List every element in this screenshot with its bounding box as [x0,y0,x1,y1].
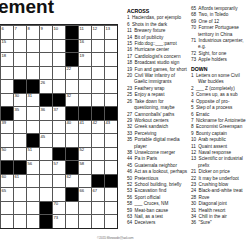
cell-number: 43 [106,120,111,125]
grid-cell[interactable] [65,214,78,228]
clue-text: Bit of publicity [133,35,163,40]
clue-text: Greek sandwich [133,124,168,129]
grid-cell[interactable] [52,133,65,147]
right-clue-column: 65 Affords temporarily68 Two, in Toledo6… [191,6,249,227]
clue-number: 65 [191,6,196,11]
clue-text: Naval response [197,150,231,155]
grid-cell[interactable]: 41 [78,120,91,134]
cell-number: 19 [80,53,85,58]
grid-cell[interactable]: 15 [0,39,13,53]
grid-cell[interactable]: 65 [0,187,13,201]
grid-cell[interactable] [52,79,65,93]
cell-number: 9 [41,26,43,31]
grid-cell[interactable]: 13 [104,25,117,39]
grid-cell-black [13,79,26,93]
clue-text: Haciendas, por ejemplo [131,15,182,20]
grid-cell[interactable]: 50 [0,147,13,161]
clue-number: 53 [127,188,132,193]
clue-number: 34 [191,214,196,219]
clue-text: ___ Cruces, NM [133,201,168,206]
grid-cell-black [39,201,52,215]
grid-cell[interactable] [104,39,117,53]
grid-cell-black [65,187,78,201]
grid-cell[interactable] [91,147,104,161]
clue-number: 26 [127,99,132,104]
grid-cell-black [0,160,13,174]
clue-text: Nickname for Antoinette [195,118,246,123]
cell-number: 6 [2,26,4,31]
grid-cell[interactable] [65,201,78,215]
clue-number: 24 [191,188,196,193]
grid-cell[interactable]: 6 [0,25,13,39]
down-clue-list: 1 Letters on some Civil War buckles2 ___… [191,73,249,227]
grid-cell-black [52,147,65,161]
clue-text: Opposite of pro- [195,99,230,104]
grid-cell[interactable] [91,52,104,66]
cell-number: 30 [15,93,20,98]
clue-item: 73 Apple holders [191,57,249,63]
grid-cell-black [91,106,104,120]
grid-cell[interactable] [52,39,65,53]
grid-cell[interactable] [26,52,39,66]
clue-number: 31 [191,208,196,213]
grid-cell[interactable] [104,214,117,228]
clue-number: 68 [191,12,196,17]
grid-cell-black [13,160,26,174]
grid-cell[interactable] [91,201,104,215]
grid-cell[interactable] [13,187,26,201]
cell-number: 39 [2,120,7,125]
grid-cell[interactable] [52,120,65,134]
grid-cell[interactable] [26,201,39,215]
grid-cell[interactable] [26,187,39,201]
grid-cell[interactable] [39,147,52,161]
clue-number: 1 [127,15,130,20]
clue-item: 64 Deceivers [127,220,188,226]
clue-text: Meat-ban cause [133,208,168,213]
clue-text: Workout centers [133,118,168,123]
grid-cell[interactable]: 56 [26,160,39,174]
grid-cell[interactable] [78,214,91,228]
clue-number: 8 [191,124,194,129]
grid-cell[interactable] [91,39,104,53]
grid-cell[interactable] [0,93,13,107]
grid-cell[interactable] [78,133,91,147]
cell-number: 57 [54,161,59,166]
grid-cell[interactable]: 19 [78,52,91,66]
clue-text: "Sure" [197,220,212,225]
grid-cell[interactable]: 62 [65,174,78,188]
clue-text: Cannonballs' paths [133,112,174,117]
grid-cell[interactable] [26,174,39,188]
grid-cell[interactable] [91,79,104,93]
clue-number: 1 [191,73,194,78]
clue-number: 29 [127,118,132,123]
cell-number: 10 [54,26,59,31]
clue-number: 44 [127,156,132,161]
grid-cell-black [104,106,117,120]
cell-number: 66 [80,188,85,193]
cell-number: 36 [41,107,46,112]
grid-cell[interactable]: 60 [0,174,13,188]
clue-text: Affords temporarily [197,6,237,11]
clue-text: Step of a process [195,105,233,110]
grid-cell[interactable] [78,201,91,215]
grid-cell[interactable] [65,133,78,147]
clue-number: 25 [127,92,132,97]
grid-cell-black [65,25,78,39]
clue-item: 1 Letters on some Civil War buckles [191,73,249,86]
grid-cell[interactable] [91,160,104,174]
clue-text: Crushing blow [197,182,228,187]
clue-number: 17 [127,54,132,59]
grid-cell[interactable]: 9 [39,25,52,39]
clue-text: It may be underfoot [197,176,239,181]
grid-cell[interactable]: 32 [65,93,78,107]
clue-text: Guatemala neighbor [133,163,177,168]
grid-cell[interactable] [91,66,104,80]
grid-cell[interactable]: 61 [13,174,26,188]
cell-number: 31 [28,93,33,98]
grid-cell[interactable]: 7 [13,25,26,39]
clue-number: 38 [127,150,132,155]
clue-text: Excavation find [133,188,166,193]
cell-number: 35 [15,107,20,112]
grid-cell[interactable]: 73 [52,214,65,228]
cell-number: 41 [80,120,85,125]
grid-cell-black [39,93,52,107]
across-clue-list: 1 Haciendas, por ejemplo6 Shots in the d… [127,15,188,226]
grid-cell[interactable]: 42 [91,120,104,134]
clue-number: 6 [127,22,130,27]
down-header: DOWN [191,66,249,72]
grid-cell-black [26,133,39,147]
clue-text: Broadcast studio sign [133,60,179,65]
clue-number: 23 [191,182,196,187]
clue-text: Apple holders [197,57,227,62]
grid-cell-black [26,79,39,93]
clue-text: Economist Greenspan [195,124,243,129]
clue-number: 50 [127,176,132,181]
clue-number: 3 [191,92,194,97]
grid-cell-black [78,106,91,120]
cell-number: 56 [28,161,33,166]
clue-text: Pretentious [133,176,158,181]
clue-number: 27 [127,112,132,117]
grid-cell[interactable] [0,79,13,93]
clue-text: Feathery wrap [133,86,164,91]
clue-text: One of 12 [197,19,219,24]
grid-cell[interactable]: 35 [13,106,26,120]
clue-number: 70 [191,25,196,30]
puzzle-title: ement [0,0,54,18]
grid-cell[interactable] [13,52,26,66]
grid-cell-black [65,160,78,174]
grid-cell[interactable] [91,214,104,228]
cell-number: 65 [2,188,7,193]
clue-number: 45 [127,163,132,168]
grid-cell[interactable] [39,52,52,66]
clue-number: 19 [127,67,132,72]
clue-text: Scientific or industrial prefix [197,156,243,167]
clue-number: 23 [127,86,132,91]
clue-text: Dicker on price [197,169,230,174]
grid-cell[interactable] [104,160,117,174]
clue-number: 16 [127,47,132,52]
clue-item: 71 Industrious carpenter, e.g. [191,38,249,51]
grid-cell[interactable] [39,187,52,201]
cell-number: 73 [54,215,59,220]
grid-cell[interactable]: 37 [52,106,65,120]
grid-cell[interactable] [26,214,39,228]
grid-cell[interactable]: 11 [78,25,91,39]
grid-cell[interactable] [39,39,52,53]
cell-number: 62 [67,174,72,179]
grid-cell[interactable] [91,133,104,147]
clue-item: 13 Scientific or industrial prefix [191,156,249,169]
grid-cell[interactable] [78,93,91,107]
clue-number: 64 [127,220,132,225]
grid-cell[interactable]: 57 [52,160,65,174]
grid-cell[interactable]: 16 [78,39,91,53]
clue-number: 20 [127,73,132,78]
clue-text: Take down for questioning, maybe [133,99,174,110]
clue-number: 12 [191,150,196,155]
cell-number: 60 [2,174,7,179]
cell-number: 11 [80,26,84,31]
cell-number: 26 [41,80,46,85]
cell-number: 61 [15,174,20,179]
clue-text: Pa in Paris [133,156,157,161]
grid-cell[interactable]: 10 [52,25,65,39]
clue-text: Enjoy a repast [133,92,164,97]
cell-number: 67 [93,188,98,193]
grid-cell-black [39,214,52,228]
grid-cell[interactable] [78,79,91,93]
grid-cell[interactable]: 43 [104,120,117,134]
grid-cell[interactable]: 30 [13,93,26,107]
clue-number: 11 [127,28,132,33]
grid-cell-black [65,52,78,66]
clue-item: 70 Former Portuguese territory in China [191,25,249,38]
across-clue-column: ACROSS 1 Haciendas, por ejemplo6 Shots i… [127,6,188,227]
grid-cell[interactable] [91,93,104,107]
clue-text: Former Portuguese territory in China [197,25,239,36]
grid-cell[interactable] [104,93,117,107]
cell-number: 18 [2,53,7,58]
grid-cell[interactable] [78,174,91,188]
clue-text: Diagonal joint [197,201,227,206]
grid-cell[interactable]: 22 [65,66,78,80]
grid-cell[interactable]: 39 [0,120,13,134]
clue-number: 28 [191,195,196,200]
clue-item: 20 Civil War infantry of Gaelic immigran… [127,73,188,86]
cell-number: 15 [2,39,7,44]
grid-cell[interactable] [13,66,26,80]
grid-cell[interactable] [0,214,13,228]
clue-text: Nail, as a test [133,214,163,219]
copyright-line: ©2015 fillsnowde@aol.com [97,236,133,240]
cell-number: 42 [93,120,98,125]
clue-text: Industrious carpenter, e.g. [197,38,243,49]
grid-cell[interactable] [26,106,39,120]
clue-text: Arab republic [197,137,226,142]
clue-number: 5 [191,105,194,110]
clue-text: Cardiologist's concern [133,54,180,59]
clue-text: Fido:dog::___:parrot [133,41,177,46]
cell-number: 51 [28,147,33,152]
grid-cell[interactable]: 66 [78,187,91,201]
grid-cell-black [65,147,78,161]
grid-cell[interactable] [104,147,117,161]
clue-number: 46 [127,169,132,174]
grid-cell[interactable] [39,160,52,174]
grid-cell[interactable] [65,79,78,93]
clue-number: 71 [191,38,196,43]
clue-number: 69 [191,19,196,24]
grid-cell[interactable] [13,201,26,215]
clue-number: 35 [127,137,132,142]
cell-number: 8 [28,26,30,31]
clue-text: Portable digital media player [133,137,179,148]
grid-cell[interactable] [39,174,52,188]
clue-text: Shots in the dark [131,22,167,27]
clue-number: 18 [127,60,132,65]
grid-cell[interactable] [52,174,65,188]
grid-cell[interactable]: 45 [39,133,52,147]
grid-cell[interactable] [104,52,117,66]
clue-number: 11 [191,144,196,149]
clue-number: 33 [127,131,132,136]
grid-cell[interactable] [104,201,117,215]
clue-text: Black-and-white treat [197,188,242,193]
clue-text: Quaint assent [197,144,227,149]
grid-cell[interactable] [104,133,117,147]
clue-number: 59 [127,208,132,213]
clue-number: 58 [127,201,132,206]
clue-number: 73 [191,57,196,62]
grid-cell[interactable]: 51 [26,147,39,161]
clue-number: 10 [191,137,196,142]
cell-number: 13 [106,26,111,31]
grid-cell[interactable] [104,79,117,93]
grid-cell[interactable]: 8 [26,25,39,39]
clue-item: 35 Portable digital media player [127,137,188,150]
grid-cell-black [65,39,78,53]
clue-text: Letters on some Civil War buckles [195,73,240,84]
across-header: ACROSS [127,8,188,14]
grid-cell[interactable]: 26 [39,79,52,93]
clue-number: 9 [191,131,194,136]
grid-cell[interactable] [52,52,65,66]
grid-cell[interactable] [78,66,91,80]
clue-text: Act as a lookout, perhaps [133,169,187,174]
clue-text: Bounty captain [195,131,227,136]
grid-cell[interactable] [13,120,26,134]
clue-number: 7 [191,118,194,123]
clue-text: Rove [197,195,209,200]
grid-cell[interactable]: 18 [0,52,13,66]
grid-cell[interactable] [26,66,39,80]
clue-number: 21 [191,169,196,174]
clue-item: 26 Take down for questioning, maybe [127,99,188,112]
clue-number: 13 [191,156,196,161]
grid-cell[interactable] [52,66,65,80]
grid-cell[interactable] [39,66,52,80]
grid-cell[interactable] [13,147,26,161]
clue-text: Unwelcome merger [133,150,175,155]
grid-cell-black [52,93,65,107]
cell-number: 16 [80,39,85,44]
clue-text: Deceivers [133,220,155,225]
clue-text: Comes up, as a sub [195,92,238,97]
grid-cell[interactable] [39,120,52,134]
grid-cell[interactable] [52,187,65,201]
clue-text: Chill in the air [197,214,227,219]
clue-number: 56 [127,195,132,200]
grid-cell[interactable] [13,39,26,53]
clue-number: 72 [191,51,196,56]
cell-number: 58 [80,161,85,166]
grid-cell[interactable] [104,66,117,80]
clue-text: Sight, for one [197,51,226,56]
clue-number: 30 [191,201,196,206]
grid-cell[interactable] [26,39,39,53]
clue-text: Fun and games, for short [133,67,187,72]
across-continued-list: 65 Affords temporarily68 Two, in Toledo6… [191,6,249,64]
grid-cell[interactable] [26,120,39,134]
grid-cell[interactable]: 40 [65,120,78,134]
clue-item: 36 "Sure" [191,220,249,226]
grid-cell-black [65,106,78,120]
grid-cell[interactable] [0,66,13,80]
grid-cell[interactable]: 67 [91,187,104,201]
grid-cell-black [0,106,13,120]
clue-text: School building, briefly [133,182,181,187]
clue-text: ___ Z (completely) [195,86,235,91]
grid-cell[interactable] [13,214,26,228]
cell-number: 40 [67,120,72,125]
clue-text: Hurricane center [133,47,169,52]
clue-text: Perceiving [133,131,156,136]
clue-number: 63 [127,214,132,219]
grid-cell[interactable] [0,201,13,215]
cell-number: 37 [54,107,59,112]
clue-text: Brewery fixture [133,28,166,33]
grid-cell[interactable] [0,133,13,147]
grid-cell[interactable]: 70 [52,201,65,215]
grid-cell[interactable]: 52 [78,147,91,161]
clue-text: Two, in Toledo [197,12,228,17]
clue-number: 52 [127,182,132,187]
clue-number: 2 [191,86,194,91]
clue-number: 22 [191,176,196,181]
grid-cell-black [104,174,117,188]
grid-cell[interactable]: 36 [39,106,52,120]
cell-number: 50 [2,147,7,152]
cell-number: 45 [41,134,46,139]
grid-cell[interactable] [104,187,117,201]
cell-number: 70 [54,201,59,206]
cell-number: 52 [80,147,85,152]
cell-number: 12 [93,26,98,31]
clue-text: Sport official [133,195,160,200]
grid-cell[interactable]: 58 [78,160,91,174]
grid-cell[interactable]: 12 [91,25,104,39]
clue-text: Civil War infantry of Gaelic immigrants [133,73,175,84]
grid-cell[interactable] [13,133,26,147]
grid-cell[interactable]: 31 [26,93,39,107]
